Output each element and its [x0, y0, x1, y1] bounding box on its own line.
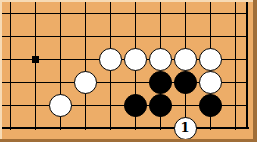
intersection — [173, 25, 198, 48]
intersection — [123, 25, 148, 48]
intersection — [123, 94, 148, 117]
intersection — [23, 94, 48, 117]
white-stone — [174, 48, 197, 71]
black-stone — [199, 94, 222, 117]
intersection — [173, 71, 198, 94]
intersection — [0, 25, 23, 48]
intersection — [98, 117, 123, 140]
white-stone — [74, 71, 97, 94]
intersection — [148, 25, 173, 48]
board-grid: 1 — [0, 2, 248, 140]
intersection — [223, 117, 248, 140]
frame-bevel-bottom — [0, 139, 257, 142]
black-stone — [174, 71, 197, 94]
intersection — [223, 2, 248, 25]
intersection — [173, 2, 198, 25]
intersection — [98, 48, 123, 71]
intersection — [48, 94, 73, 117]
intersection — [73, 94, 98, 117]
black-stone — [149, 94, 172, 117]
intersection — [123, 48, 148, 71]
intersection: 1 — [173, 117, 198, 140]
intersection — [23, 71, 48, 94]
intersection — [73, 117, 98, 140]
intersection — [0, 48, 23, 71]
intersection — [223, 71, 248, 94]
intersection — [173, 48, 198, 71]
white-stone — [199, 48, 222, 71]
intersection — [48, 117, 73, 140]
intersection — [148, 2, 173, 25]
intersection — [98, 94, 123, 117]
intersection — [0, 117, 23, 140]
intersection — [73, 25, 98, 48]
intersection — [73, 71, 98, 94]
intersection — [0, 2, 23, 25]
intersection — [23, 117, 48, 140]
intersection — [0, 94, 23, 117]
intersection — [123, 2, 148, 25]
black-stone — [124, 94, 147, 117]
intersection — [73, 48, 98, 71]
intersection — [23, 25, 48, 48]
black-stone — [149, 71, 172, 94]
hoshi-point — [32, 56, 39, 63]
intersection — [98, 25, 123, 48]
move-1-stone: 1 — [174, 117, 197, 140]
intersection — [198, 2, 223, 25]
intersection — [198, 94, 223, 117]
intersection — [98, 2, 123, 25]
intersection — [223, 48, 248, 71]
intersection — [48, 71, 73, 94]
white-stone — [149, 48, 172, 71]
frame-bevel-right — [253, 0, 257, 142]
intersection — [48, 25, 73, 48]
intersection — [198, 48, 223, 71]
white-stone — [199, 71, 222, 94]
go-board-diagram: 1 — [0, 0, 257, 142]
white-stone — [99, 48, 122, 71]
intersection — [148, 71, 173, 94]
white-stone — [49, 94, 72, 117]
white-stone — [124, 48, 147, 71]
intersection — [23, 48, 48, 71]
frame-bevel-left — [0, 0, 2, 139]
intersection — [98, 71, 123, 94]
intersection — [223, 25, 248, 48]
intersection — [198, 71, 223, 94]
intersection — [223, 94, 248, 117]
intersection — [123, 117, 148, 140]
intersection — [123, 71, 148, 94]
intersection — [198, 117, 223, 140]
intersection — [0, 71, 23, 94]
intersection — [148, 94, 173, 117]
intersection — [73, 2, 98, 25]
intersection — [173, 94, 198, 117]
intersection — [148, 117, 173, 140]
intersection — [48, 48, 73, 71]
intersection — [198, 25, 223, 48]
intersection — [148, 48, 173, 71]
intersection — [23, 2, 48, 25]
frame-bevel-top — [0, 0, 257, 2]
intersection — [48, 2, 73, 25]
